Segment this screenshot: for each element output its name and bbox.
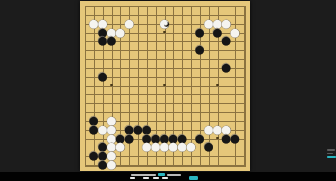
star-point-dot (216, 84, 218, 86)
edge-text-blur (327, 149, 335, 151)
stone-white: ● (124, 18, 134, 27)
status-chip (158, 173, 165, 176)
edge-text-blur (327, 153, 333, 155)
intersection[interactable]: ● (231, 134, 240, 143)
stone-black: ● (124, 133, 134, 142)
status-bar (0, 172, 336, 181)
star-point-dot (163, 84, 165, 86)
stone-white-marked: ● (159, 18, 169, 27)
star-point (160, 81, 169, 90)
intersection[interactable]: ● (107, 36, 116, 45)
star-point-dot (110, 84, 112, 86)
star-point-dot (163, 31, 165, 33)
intersection[interactable]: ● (98, 72, 107, 81)
intersection[interactable]: ● (195, 28, 204, 37)
stone-black: ● (107, 36, 117, 45)
board-intersections[interactable]: ●●●●●●●●●●●●●●●●●●●●●●●●●●●●●●●●●●●●●●●●… (81, 1, 249, 169)
star-point-dot (216, 137, 218, 139)
intersection[interactable]: ● (195, 45, 204, 54)
status-word-blur (143, 177, 149, 179)
status-text-blur (167, 174, 181, 176)
intersection[interactable]: ● (107, 160, 116, 169)
intersection[interactable]: ● (222, 63, 231, 72)
stone-black: ● (204, 142, 214, 151)
intersection[interactable]: ● (187, 142, 196, 151)
stone-black: ● (195, 27, 205, 36)
star-point (107, 81, 116, 90)
stone-black: ● (221, 63, 231, 72)
stone-black: ● (221, 36, 231, 45)
go-board[interactable]: ●●●●●●●●●●●●●●●●●●●●●●●●●●●●●●●●●●●●●●●●… (80, 1, 250, 171)
intersection[interactable]: ● (222, 36, 231, 45)
intersection[interactable]: ● (125, 134, 134, 143)
edge-link-blur (327, 156, 336, 158)
intersection[interactable]: ● (204, 142, 213, 151)
intersection[interactable]: ● (160, 19, 169, 28)
stone-white: ● (186, 142, 196, 151)
status-word-blur (130, 177, 135, 179)
stone-white: ● (230, 27, 240, 36)
action-button[interactable] (189, 176, 199, 180)
stone-black: ● (98, 71, 108, 80)
status-word-blur (162, 177, 168, 179)
stone-white: ● (115, 27, 125, 36)
stone-white: ● (115, 142, 125, 151)
intersection[interactable]: ● (125, 19, 134, 28)
stone-black: ● (195, 45, 205, 54)
intersection[interactable]: ● (231, 28, 240, 37)
stone-white: ● (107, 160, 117, 169)
intersection[interactable]: ● (116, 28, 125, 37)
star-point (213, 81, 222, 90)
stone-black: ● (230, 133, 240, 142)
intersection[interactable]: ● (116, 142, 125, 151)
status-word-blur (153, 177, 159, 179)
status-text-blur (131, 174, 156, 176)
